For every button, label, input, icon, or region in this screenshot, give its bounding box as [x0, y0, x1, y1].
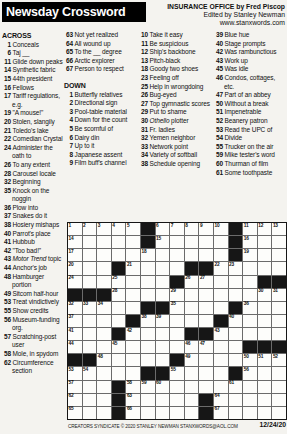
clue: 8Japanese assent — [64, 151, 138, 160]
clue: 42"Too bad!" — [2, 247, 63, 256]
grid-cell[interactable] — [83, 262, 97, 274]
grid-cell[interactable] — [156, 407, 170, 419]
grid-cell[interactable]: 8 — [185, 223, 199, 235]
grid-cell[interactable] — [214, 341, 228, 353]
black-cell — [126, 315, 140, 327]
clue: 51Impenetrable — [214, 108, 286, 117]
grid-cell[interactable]: 36 — [243, 302, 257, 314]
grid-cell[interactable] — [185, 381, 199, 393]
cell-number: 46 — [185, 341, 190, 347]
cell-number: 25 — [112, 275, 117, 281]
grid-cell[interactable] — [156, 289, 170, 301]
grid-cell[interactable]: 41 — [68, 328, 82, 340]
grid-cell[interactable] — [272, 394, 286, 406]
grid-cell[interactable] — [141, 341, 155, 353]
cell-number: 19 — [244, 249, 249, 255]
grid-cell[interactable] — [83, 328, 97, 340]
grid-cell[interactable] — [258, 262, 272, 274]
grid-cell[interactable]: 18 — [141, 249, 155, 261]
grid-cell[interactable]: 34 — [97, 302, 111, 314]
clue: 53Treat vindictively — [2, 298, 63, 307]
grid-cell[interactable] — [214, 354, 228, 366]
black-cell — [199, 328, 213, 340]
grid-cell[interactable]: 59 — [141, 381, 155, 393]
black-cell — [170, 276, 184, 288]
clue: 52Beanery patron — [214, 117, 286, 126]
grid-cell[interactable]: 2 — [83, 223, 97, 235]
grid-cell[interactable] — [214, 276, 228, 288]
grid-cell[interactable] — [229, 394, 243, 406]
black-cell — [83, 289, 97, 301]
page-title: Newsday Crossword — [2, 2, 146, 22]
grid-cell[interactable] — [229, 354, 243, 366]
grid-cell[interactable]: 4 — [112, 223, 126, 235]
grid-cell[interactable] — [97, 394, 111, 406]
grid-cell[interactable] — [185, 302, 199, 314]
grid-cell[interactable] — [199, 367, 213, 379]
grid-cell[interactable] — [243, 262, 257, 274]
grid-cell[interactable]: 17 — [68, 249, 82, 261]
clue: 21Toledo's lake — [2, 127, 63, 136]
grid-cell[interactable]: 5 — [126, 223, 140, 235]
grid-cell[interactable]: 64 — [214, 394, 228, 406]
cell-number: 14 — [69, 236, 74, 242]
cell-number: 16 — [244, 236, 249, 242]
grid-cell[interactable] — [97, 276, 111, 288]
cell-number: 52 — [273, 354, 278, 360]
grid-cell[interactable] — [229, 407, 243, 419]
clue: 53Read the UPC of — [214, 126, 286, 135]
grid-cell[interactable] — [83, 394, 97, 406]
grid-cell[interactable] — [185, 407, 199, 419]
clue: 11Be suspicious — [139, 40, 213, 49]
grid-cell[interactable] — [141, 394, 155, 406]
grid-cell[interactable] — [97, 328, 111, 340]
clue: 23Feeling off — [139, 74, 213, 83]
cell-number: 40 — [229, 314, 234, 320]
grid-cell[interactable]: 33 — [83, 302, 97, 314]
grid-cell[interactable]: 46 — [185, 341, 199, 353]
clue: 64All wound up — [64, 40, 138, 49]
grid-cell[interactable]: 15 — [156, 236, 170, 248]
black-cell — [258, 276, 272, 288]
grid-cell[interactable]: 51 — [258, 354, 272, 366]
black-cell — [229, 367, 243, 379]
grid-cell[interactable] — [272, 328, 286, 340]
clue: 14Synthetic fabric — [2, 66, 63, 75]
grid-cell[interactable] — [258, 236, 272, 248]
grid-cell[interactable] — [243, 289, 257, 301]
grid-cell[interactable] — [199, 381, 213, 393]
grid-cell[interactable]: 10 — [214, 223, 228, 235]
grid-cell[interactable] — [185, 367, 199, 379]
grid-cell[interactable] — [243, 381, 257, 393]
grid-cell[interactable]: 65 — [68, 407, 82, 419]
black-cell — [83, 354, 97, 366]
cell-number: 4 — [112, 223, 114, 229]
grid-cell[interactable]: 55 — [170, 367, 184, 379]
grid-cell[interactable] — [229, 341, 243, 353]
clue: 56Museum-funding org. — [2, 316, 63, 333]
grid-cell[interactable] — [126, 249, 140, 261]
grid-cell[interactable]: 13 — [272, 223, 286, 235]
grid-cell[interactable]: 12 — [258, 223, 272, 235]
grid-cell[interactable] — [156, 276, 170, 288]
grid-cell[interactable] — [229, 276, 243, 288]
grid-cell[interactable]: 38 — [141, 315, 155, 327]
grid-cell[interactable]: 47 — [199, 341, 213, 353]
grid-cell[interactable]: 11 — [243, 223, 257, 235]
black-cell — [214, 315, 228, 327]
grid-cell[interactable]: 37 — [68, 315, 82, 327]
cell-number: 44 — [69, 341, 74, 347]
grid-cell[interactable] — [83, 407, 97, 419]
black-cell — [97, 289, 111, 301]
grid-cell[interactable] — [83, 381, 97, 393]
cell-number: 59 — [142, 380, 147, 386]
grid-cell[interactable] — [214, 249, 228, 261]
grid-cell[interactable] — [258, 302, 272, 314]
grid-cell[interactable] — [156, 262, 170, 274]
grid-cell[interactable] — [126, 276, 140, 288]
grid-cell[interactable] — [83, 341, 97, 353]
clue: 38Schedule opening — [139, 160, 213, 169]
grid-cell[interactable]: 60 — [156, 381, 170, 393]
grid-cell[interactable] — [97, 341, 111, 353]
grid-cell[interactable] — [185, 315, 199, 327]
clue: 5Be scornful of — [64, 125, 138, 134]
cell-number: 6 — [156, 223, 158, 229]
black-cell — [258, 341, 272, 353]
grid-cell[interactable] — [199, 315, 213, 327]
grid-cell[interactable] — [199, 354, 213, 366]
grid-cell[interactable] — [258, 381, 272, 393]
clue: 29Put to shame — [139, 108, 213, 117]
grid-cell[interactable]: 67 — [214, 407, 228, 419]
grid-cell[interactable] — [272, 407, 286, 419]
clue: 38Hosiery mishaps — [2, 221, 63, 230]
grid-cell[interactable] — [97, 407, 111, 419]
grid-cell[interactable]: 29 — [170, 289, 184, 301]
cell-number: 36 — [244, 301, 249, 307]
clue: 10Take it easy — [139, 31, 213, 40]
grid-cell[interactable] — [185, 249, 199, 261]
grid-cell[interactable] — [170, 236, 184, 248]
footer: CREATORS SYNDICATE © 2020 STANLEY NEWMAN… — [67, 421, 286, 433]
grid-cell[interactable] — [170, 407, 184, 419]
grid-cell[interactable] — [272, 381, 286, 393]
grid-cell[interactable] — [112, 249, 126, 261]
cell-number: 42 — [127, 328, 132, 334]
clue: 2Directional sign — [64, 99, 138, 108]
grid-cell[interactable] — [272, 249, 286, 261]
black-cell — [68, 354, 82, 366]
grid-cell[interactable] — [258, 315, 272, 327]
grid-cell[interactable]: 9 — [199, 223, 213, 235]
grid-cell[interactable]: 63 — [126, 394, 140, 406]
grid-cell[interactable]: 31 — [272, 289, 286, 301]
grid-cell[interactable] — [156, 394, 170, 406]
clue: 12Ship's backbone — [139, 48, 213, 57]
grid-cell[interactable] — [258, 407, 272, 419]
grid-cell[interactable] — [229, 289, 243, 301]
clue: 54Divide — [214, 134, 286, 143]
grid-cell[interactable] — [272, 315, 286, 327]
grid-cell[interactable]: 58 — [126, 381, 140, 393]
clue: 25Help in wrongdoing — [139, 83, 213, 92]
grid-cell[interactable] — [112, 236, 126, 248]
black-cell — [199, 407, 213, 419]
grid-cell[interactable] — [126, 289, 140, 301]
grid-cell[interactable]: 57 — [68, 381, 82, 393]
grid-cell[interactable] — [272, 302, 286, 314]
black-cell — [141, 223, 155, 235]
clue: 26To any extent — [2, 161, 63, 170]
black-cell — [156, 367, 170, 379]
grid-cell[interactable] — [243, 407, 257, 419]
grid-cell[interactable] — [243, 328, 257, 340]
cell-number: 2 — [83, 223, 85, 229]
grid-cell[interactable] — [83, 249, 97, 261]
grid-cell[interactable] — [258, 367, 272, 379]
grid-cell[interactable] — [97, 249, 111, 261]
grid-cell[interactable]: 21 — [126, 262, 140, 274]
grid-cell[interactable]: 44 — [68, 341, 82, 353]
grid-cell[interactable]: 16 — [243, 236, 257, 248]
grid-cell[interactable] — [141, 262, 155, 274]
cell-number: 47 — [200, 341, 205, 347]
grid-cell[interactable] — [83, 276, 97, 288]
cell-number: 31 — [273, 288, 278, 294]
grid-cell[interactable] — [97, 236, 111, 248]
grid-cell[interactable] — [170, 249, 184, 261]
cell-number: 7 — [171, 223, 173, 229]
clue: 9Film buff's channel — [64, 159, 138, 168]
grid-cell[interactable] — [112, 367, 126, 379]
grid-cell[interactable] — [199, 249, 213, 261]
grid-cell[interactable]: 28 — [112, 289, 126, 301]
clue: 33Network point — [139, 143, 213, 152]
grid-cell[interactable] — [83, 236, 97, 248]
grid-cell[interactable] — [126, 302, 140, 314]
grid-cell[interactable] — [170, 315, 184, 327]
grid-cell[interactable]: 22 — [214, 262, 228, 274]
black-cell — [272, 341, 286, 353]
grid-cell[interactable]: 27 — [199, 276, 213, 288]
cell-number: 26 — [185, 275, 190, 281]
clue: 39Blue hue — [214, 31, 286, 40]
grid-cell[interactable]: 3 — [97, 223, 111, 235]
grid-cell[interactable] — [141, 289, 155, 301]
cell-number: 15 — [156, 236, 161, 242]
grid-cell[interactable] — [214, 381, 228, 393]
grid-cell[interactable] — [97, 367, 111, 379]
grid-cell[interactable]: 32 — [68, 302, 82, 314]
grid-cell[interactable]: 39 — [156, 315, 170, 327]
grid-cell[interactable] — [141, 407, 155, 419]
grid-cell[interactable] — [185, 289, 199, 301]
grid-cell[interactable]: 30 — [258, 289, 272, 301]
grid-cell[interactable] — [156, 341, 170, 353]
grid-cell[interactable] — [185, 394, 199, 406]
black-cell — [112, 394, 126, 406]
puzzle-byline: INSURANCE OFFICE by Fred Piscop — [146, 3, 285, 11]
black-cell — [170, 354, 184, 366]
cell-number: 45 — [112, 341, 117, 347]
grid-cell[interactable] — [229, 328, 243, 340]
clue: 67Person to respect — [64, 65, 138, 74]
cell-number: 9 — [200, 223, 202, 229]
grid-cell[interactable] — [170, 328, 184, 340]
grid-cell[interactable] — [272, 262, 286, 274]
cell-number: 29 — [171, 288, 176, 294]
clue: 55Trucker on the air — [214, 143, 286, 152]
clue: 27Top gymnastic scores — [139, 100, 213, 109]
cell-number: 3 — [98, 223, 100, 229]
grid-cell[interactable] — [170, 394, 184, 406]
grid-cell[interactable]: 7 — [170, 223, 184, 235]
clue: 31Fr. ladies — [139, 126, 213, 135]
grid-cell[interactable] — [97, 262, 111, 274]
grid-cell[interactable] — [258, 328, 272, 340]
grid-cell[interactable] — [141, 328, 155, 340]
grid-cell[interactable]: 52 — [272, 354, 286, 366]
grid-cell[interactable]: 42 — [126, 328, 140, 340]
grid-cell[interactable]: 23 — [229, 262, 243, 274]
grid-cell[interactable] — [170, 381, 184, 393]
cell-number: 66 — [127, 406, 132, 412]
puzzle-editor: Edited by Stanley Newman — [146, 11, 285, 19]
cell-number: 5 — [127, 223, 129, 229]
cell-number: 24 — [69, 275, 74, 281]
cell-number: 13 — [273, 223, 278, 229]
grid-cell[interactable] — [141, 354, 155, 366]
grid-cell[interactable]: 49 — [185, 354, 199, 366]
grid-cell[interactable]: 53 — [68, 367, 82, 379]
clue-list-header: ACROSS — [2, 32, 63, 41]
crossword-grid: 1234567891011121314151617181920212223242… — [67, 222, 287, 420]
clue: 46Condos, cottages, etc. — [214, 74, 286, 91]
grid-cell[interactable] — [126, 236, 140, 248]
grid-cell[interactable] — [243, 276, 257, 288]
grid-cell[interactable] — [141, 276, 155, 288]
grid-cell[interactable] — [126, 354, 140, 366]
cell-number: 60 — [156, 380, 161, 386]
cell-number: 37 — [69, 314, 74, 320]
cell-number: 65 — [69, 406, 74, 412]
clue: 44Anchor's job — [2, 264, 63, 273]
black-cell — [229, 302, 243, 314]
grid-cell[interactable] — [83, 315, 97, 327]
grid-cell[interactable]: 25 — [112, 276, 126, 288]
clue: 58Mole, in spydom — [2, 350, 63, 359]
grid-cell[interactable]: 35 — [170, 302, 184, 314]
grid-cell[interactable] — [214, 289, 228, 301]
grid-cell[interactable]: 40 — [229, 315, 243, 327]
grid-cell[interactable] — [126, 341, 140, 353]
grid-cell[interactable] — [156, 249, 170, 261]
cell-number: 48 — [98, 354, 103, 360]
cell-number: 8 — [185, 223, 187, 229]
grid-cell[interactable] — [199, 236, 213, 248]
grid-cell[interactable] — [156, 354, 170, 366]
clue: 34Variety of softball — [139, 151, 213, 160]
cell-number: 39 — [156, 314, 161, 320]
grid-cell[interactable] — [243, 315, 257, 327]
black-cell — [229, 223, 243, 235]
cell-number: 63 — [127, 393, 132, 399]
grid-cell[interactable] — [112, 354, 126, 366]
grid-cell[interactable]: 24 — [68, 276, 82, 288]
grid-cell[interactable]: 1 — [68, 223, 82, 235]
black-cell — [68, 289, 82, 301]
cell-number: 17 — [69, 249, 74, 255]
grid-cell[interactable]: 45 — [112, 341, 126, 353]
grid-cell[interactable]: 62 — [68, 394, 82, 406]
grid-cell[interactable] — [272, 236, 286, 248]
grid-cell[interactable] — [243, 394, 257, 406]
grid-cell[interactable] — [258, 394, 272, 406]
grid-cell[interactable] — [199, 289, 213, 301]
cell-number: 57 — [69, 380, 74, 386]
grid-cell[interactable] — [272, 367, 286, 379]
clue: 60Thurman of film — [214, 160, 286, 169]
grid-cell[interactable]: 26 — [185, 276, 199, 288]
cell-number: 34 — [98, 301, 103, 307]
grid-cell[interactable]: 54 — [83, 367, 97, 379]
grid-cell[interactable]: 50 — [243, 354, 257, 366]
grid-cell[interactable]: 48 — [97, 354, 111, 366]
cell-number: 53 — [69, 367, 74, 373]
grid-cell[interactable] — [185, 236, 199, 248]
clue-column-4: 39Blue hue40Stage prompts42Was rambuncti… — [214, 31, 286, 177]
clue: 26Bug-eyed — [139, 91, 213, 100]
grid-cell[interactable]: 20 — [68, 262, 82, 274]
grid-cell[interactable]: 19 — [243, 249, 257, 261]
black-cell — [141, 302, 155, 314]
black-cell — [185, 328, 199, 340]
grid-cell[interactable] — [258, 249, 272, 261]
grid-cell[interactable] — [126, 367, 140, 379]
grid-cell[interactable] — [97, 315, 111, 327]
clue: 42Was rambunctious — [214, 48, 286, 57]
grid-cell[interactable]: 56 — [243, 367, 257, 379]
clue: 41Hubbub — [2, 238, 63, 247]
grid-cell[interactable] — [199, 302, 213, 314]
grid-cell[interactable]: 66 — [126, 407, 140, 419]
clue: 7Up to it — [64, 142, 138, 151]
grid-cell[interactable]: 61 — [229, 381, 243, 393]
grid-cell[interactable] — [214, 302, 228, 314]
grid-cell[interactable]: 43 — [214, 328, 228, 340]
black-cell — [141, 236, 155, 248]
grid-cell[interactable] — [97, 381, 111, 393]
grid-cell[interactable]: 6 — [156, 223, 170, 235]
grid-cell[interactable] — [214, 236, 228, 248]
grid-cell[interactable] — [170, 341, 184, 353]
grid-cell[interactable] — [156, 328, 170, 340]
grid-cell[interactable] — [214, 367, 228, 379]
cell-number: 11 — [244, 223, 249, 229]
cell-number: 67 — [215, 406, 220, 412]
grid-cell[interactable] — [112, 315, 126, 327]
grid-cell[interactable] — [112, 302, 126, 314]
grid-cell[interactable] — [170, 262, 184, 274]
grid-cell[interactable]: 14 — [68, 236, 82, 248]
cell-number: 49 — [185, 354, 190, 360]
clue: 28Carousel locale — [2, 170, 63, 179]
black-cell — [112, 407, 126, 419]
